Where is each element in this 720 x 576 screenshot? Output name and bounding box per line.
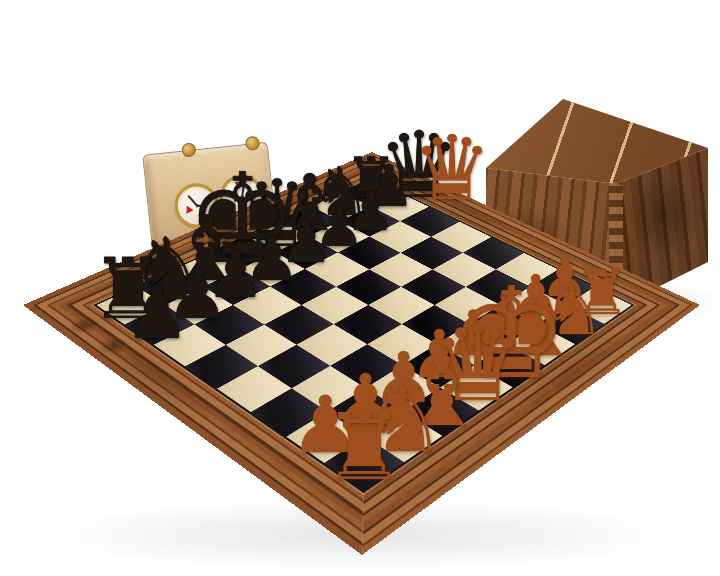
clock-center-pin: [240, 195, 243, 198]
clock-center-pin: [195, 204, 198, 207]
clock-red-flag-icon: [183, 206, 194, 216]
product-photo-scene: ♛♛♜♟♞♟♝♟♛♟♚♟♝♟♟♞♜♟♟♜♞♟♟♝♟♚♟♛♟♝♟♞♟♜: [0, 0, 720, 576]
